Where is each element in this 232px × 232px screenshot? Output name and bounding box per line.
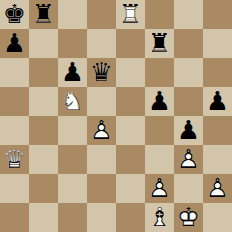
square-h4[interactable] [203,116,232,145]
square-f2[interactable]: ♟♙ [145,174,174,203]
square-g2[interactable] [174,174,203,203]
square-f5[interactable]: ♟♟ [145,87,174,116]
white-pawn-glyph-outline: ♙ [145,174,174,203]
white-pawn-glyph-outline: ♙ [87,116,116,145]
piece-black-pawn: ♟♟ [203,87,232,116]
square-d8[interactable] [87,0,116,29]
square-a7[interactable]: ♟♟ [0,29,29,58]
piece-white-king: ♚♔ [174,203,203,232]
black-king-glyph-outline: ♚ [0,0,29,29]
square-f4[interactable] [145,116,174,145]
white-king-glyph-outline: ♔ [174,203,203,232]
square-b8[interactable]: ♜♜ [29,0,58,29]
square-c7[interactable] [58,29,87,58]
white-pawn-glyph-outline: ♙ [174,145,203,174]
white-rook-glyph-outline: ♖ [116,0,145,29]
square-b5[interactable] [29,87,58,116]
piece-white-knight: ♞♘ [58,87,87,116]
square-g6[interactable] [174,58,203,87]
piece-black-pawn: ♟♟ [174,116,203,145]
piece-black-rook: ♜♜ [29,0,58,29]
square-d5[interactable] [87,87,116,116]
black-queen-glyph-outline: ♛ [87,58,116,87]
square-c3[interactable] [58,145,87,174]
square-g3[interactable]: ♟♙ [174,145,203,174]
square-f7[interactable]: ♜♜ [145,29,174,58]
square-a4[interactable] [0,116,29,145]
square-a8[interactable]: ♚♚ [0,0,29,29]
square-h2[interactable]: ♟♙ [203,174,232,203]
black-rook-glyph-outline: ♜ [29,0,58,29]
square-d6[interactable]: ♛♛ [87,58,116,87]
square-c8[interactable] [58,0,87,29]
square-b6[interactable] [29,58,58,87]
black-pawn-glyph-outline: ♟ [203,87,232,116]
square-f3[interactable] [145,145,174,174]
square-b3[interactable] [29,145,58,174]
piece-white-queen: ♛♕ [0,145,29,174]
square-b4[interactable] [29,116,58,145]
piece-black-queen: ♛♛ [87,58,116,87]
square-h1[interactable] [203,203,232,232]
square-a6[interactable] [0,58,29,87]
square-d4[interactable]: ♟♙ [87,116,116,145]
square-h7[interactable] [203,29,232,58]
square-e8[interactable]: ♜♖ [116,0,145,29]
piece-white-pawn: ♟♙ [145,174,174,203]
square-c4[interactable] [58,116,87,145]
square-h8[interactable] [203,0,232,29]
square-e6[interactable] [116,58,145,87]
piece-white-rook: ♜♖ [116,0,145,29]
piece-black-rook: ♜♜ [145,29,174,58]
square-a1[interactable] [0,203,29,232]
square-e7[interactable] [116,29,145,58]
piece-black-pawn: ♟♟ [58,58,87,87]
square-g7[interactable] [174,29,203,58]
square-e4[interactable] [116,116,145,145]
piece-white-pawn: ♟♙ [87,116,116,145]
square-a2[interactable] [0,174,29,203]
square-f1[interactable]: ♝♗ [145,203,174,232]
black-pawn-glyph-outline: ♟ [58,58,87,87]
square-b7[interactable] [29,29,58,58]
square-g8[interactable] [174,0,203,29]
square-b1[interactable] [29,203,58,232]
square-d3[interactable] [87,145,116,174]
square-e5[interactable] [116,87,145,116]
square-f8[interactable] [145,0,174,29]
square-h3[interactable] [203,145,232,174]
square-g4[interactable]: ♟♟ [174,116,203,145]
square-c1[interactable] [58,203,87,232]
piece-white-pawn: ♟♙ [174,145,203,174]
square-c6[interactable]: ♟♟ [58,58,87,87]
square-g1[interactable]: ♚♔ [174,203,203,232]
square-d1[interactable] [87,203,116,232]
piece-black-pawn: ♟♟ [0,29,29,58]
square-a3[interactable]: ♛♕ [0,145,29,174]
square-b2[interactable] [29,174,58,203]
square-c5[interactable]: ♞♘ [58,87,87,116]
piece-black-pawn: ♟♟ [145,87,174,116]
chess-board: ♚♚♜♜♜♖♟♟♜♜♟♟♛♛♞♘♟♟♟♟♟♙♟♟♛♕♟♙♟♙♟♙♝♗♚♔ [0,0,232,232]
black-pawn-glyph-outline: ♟ [0,29,29,58]
white-pawn-glyph-outline: ♙ [203,174,232,203]
piece-black-king: ♚♚ [0,0,29,29]
black-pawn-glyph-outline: ♟ [145,87,174,116]
black-pawn-glyph-outline: ♟ [174,116,203,145]
white-queen-glyph-outline: ♕ [0,145,29,174]
square-e1[interactable] [116,203,145,232]
square-d2[interactable] [87,174,116,203]
piece-white-bishop: ♝♗ [145,203,174,232]
square-g5[interactable] [174,87,203,116]
square-f6[interactable] [145,58,174,87]
square-d7[interactable] [87,29,116,58]
white-bishop-glyph-outline: ♗ [145,203,174,232]
square-e3[interactable] [116,145,145,174]
piece-white-pawn: ♟♙ [203,174,232,203]
black-rook-glyph-outline: ♜ [145,29,174,58]
square-h5[interactable]: ♟♟ [203,87,232,116]
square-a5[interactable] [0,87,29,116]
square-e2[interactable] [116,174,145,203]
square-c2[interactable] [58,174,87,203]
square-h6[interactable] [203,58,232,87]
white-knight-glyph-outline: ♘ [58,87,87,116]
